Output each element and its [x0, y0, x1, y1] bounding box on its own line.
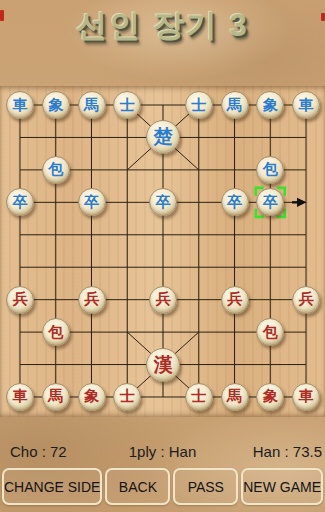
piece-han-pawn[interactable]: 兵 — [221, 286, 249, 314]
piece-han-guard[interactable]: 士 — [185, 383, 213, 411]
piece-cho-chariot[interactable]: 車 — [6, 91, 34, 119]
board-grid — [0, 0, 325, 512]
piece-han-pawn[interactable]: 兵 — [292, 286, 320, 314]
piece-han-horse[interactable]: 馬 — [221, 383, 249, 411]
han-score: Han : 73.5 — [253, 443, 322, 460]
piece-cho-cannon[interactable]: 包 — [256, 156, 284, 184]
piece-han-pawn[interactable]: 兵 — [149, 286, 177, 314]
piece-cho-pawn[interactable]: 卒 — [221, 188, 249, 216]
janggi-app: 선인 장기 3 車象馬士士馬象車楚包包卒卒卒卒卒兵兵兵兵兵包包漢車馬象士士馬象車… — [0, 0, 325, 512]
piece-cho-pawn[interactable]: 卒 — [78, 188, 106, 216]
piece-han-general[interactable]: 漢 — [146, 348, 180, 382]
back-button[interactable]: BACK — [105, 468, 170, 505]
status-bar: Cho : 72 1ply : Han Han : 73.5 — [0, 443, 325, 463]
change-side-button[interactable]: CHANGE SIDE — [2, 468, 102, 505]
piece-cho-elephant[interactable]: 象 — [42, 91, 70, 119]
cho-score: Cho : 72 — [10, 443, 67, 460]
piece-han-chariot[interactable]: 車 — [292, 383, 320, 411]
piece-cho-guard[interactable]: 士 — [185, 91, 213, 119]
pass-button[interactable]: PASS — [173, 468, 238, 505]
piece-cho-cannon[interactable]: 包 — [42, 156, 70, 184]
ply-turn-indicator: 1ply : Han — [129, 443, 197, 460]
piece-cho-horse[interactable]: 馬 — [221, 91, 249, 119]
button-bar: CHANGE SIDE BACK PASS NEW GAME — [0, 468, 325, 505]
piece-han-pawn[interactable]: 兵 — [78, 286, 106, 314]
piece-han-cannon[interactable]: 包 — [42, 318, 70, 346]
last-move-arrow — [292, 198, 307, 207]
piece-cho-chariot[interactable]: 車 — [292, 91, 320, 119]
piece-han-elephant[interactable]: 象 — [78, 383, 106, 411]
piece-cho-horse[interactable]: 馬 — [78, 91, 106, 119]
piece-han-pawn[interactable]: 兵 — [6, 286, 34, 314]
new-game-button[interactable]: NEW GAME — [241, 468, 323, 505]
piece-han-horse[interactable]: 馬 — [42, 383, 70, 411]
piece-han-chariot[interactable]: 車 — [6, 383, 34, 411]
